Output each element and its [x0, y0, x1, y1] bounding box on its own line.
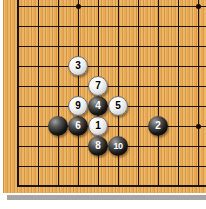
stone-white-1: 1: [88, 116, 108, 136]
board-shadow: [7, 195, 206, 200]
grid-line-horizontal: [17, 185, 206, 187]
grid-line-vertical: [198, 0, 199, 187]
star-point: [76, 4, 81, 9]
grid-line-vertical: [17, 0, 19, 187]
star-point: [196, 124, 201, 129]
stone-move-number: 5: [115, 101, 121, 111]
grid-line-horizontal: [17, 166, 206, 167]
stone-move-number: 1: [95, 121, 101, 131]
go-board[interactable]: 12345678910: [3, 0, 206, 193]
stone-move-number: 2: [155, 121, 161, 131]
grid-line-vertical: [118, 0, 119, 187]
stone-move-number: 9: [75, 101, 81, 111]
stone-white-7: 7: [88, 76, 108, 96]
stone-black-2: 2: [148, 116, 168, 136]
grid-line-vertical: [78, 0, 79, 187]
stone-move-number: 4: [95, 101, 101, 111]
stone-move-number: 6: [75, 121, 81, 131]
go-diagram: 12345678910: [0, 0, 206, 209]
stone-white-9: 9: [68, 96, 88, 116]
stone-move-number: 10: [113, 142, 122, 151]
stone-black-8: 8: [88, 136, 108, 156]
stone-move-number: 7: [95, 81, 101, 91]
stone-black-unnumbered: [48, 116, 68, 136]
stone-white-5: 5: [108, 96, 128, 116]
stone-white-3: 3: [68, 56, 88, 76]
stone-black-10: 10: [108, 136, 128, 156]
grid-line-vertical: [178, 0, 179, 187]
star-point: [196, 4, 201, 9]
stone-black-4: 4: [88, 96, 108, 116]
grid-line-vertical: [38, 0, 39, 187]
stone-move-number: 8: [95, 141, 101, 151]
grid-line-vertical: [138, 0, 139, 187]
grid-line-vertical: [58, 0, 59, 187]
stone-move-number: 3: [75, 61, 81, 71]
grid-line-vertical: [158, 0, 159, 187]
stone-black-6: 6: [68, 116, 88, 136]
